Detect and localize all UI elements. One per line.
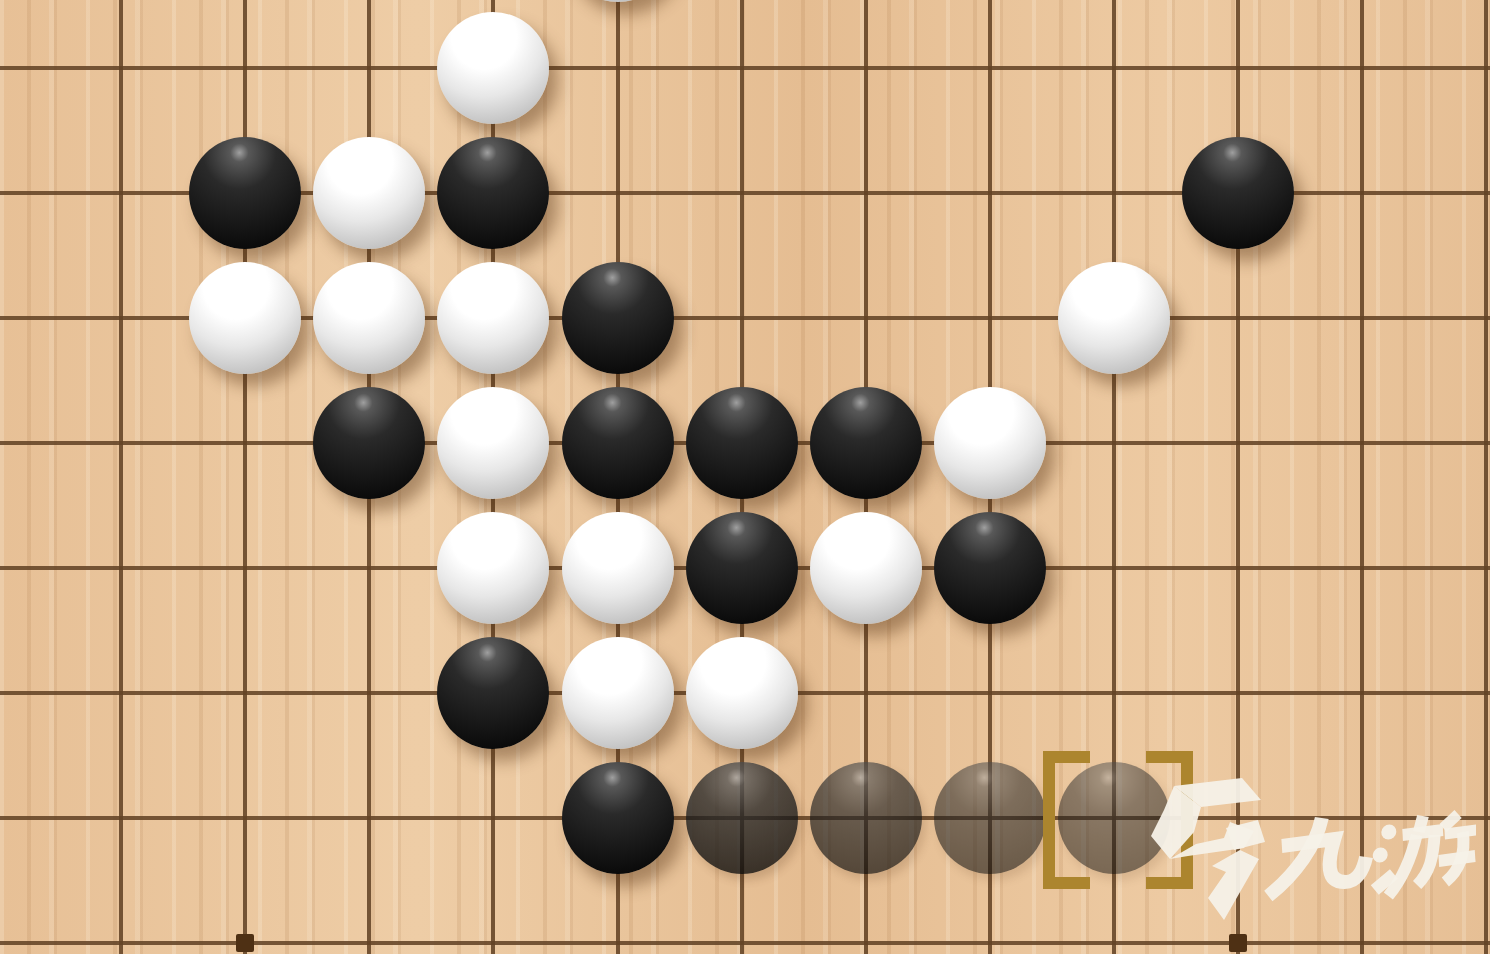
grid-line-vertical [119, 0, 123, 954]
watermark: 九游 [1140, 758, 1476, 954]
white-stone [189, 262, 301, 374]
partial-stone-top-edge [562, 0, 674, 2]
star-point [236, 934, 254, 952]
white-stone [1058, 262, 1170, 374]
cursor-bracket-left-icon [1043, 751, 1090, 889]
white-stone [562, 512, 674, 624]
white-stone [810, 512, 922, 624]
ghost-stone-preview[interactable] [686, 762, 798, 874]
ghost-stone-preview[interactable] [810, 762, 922, 874]
black-stone [437, 137, 549, 249]
black-stone [934, 512, 1046, 624]
black-stone [562, 262, 674, 374]
white-stone [437, 512, 549, 624]
black-stone [437, 637, 549, 749]
white-stone [313, 137, 425, 249]
white-stone [934, 387, 1046, 499]
white-stone [437, 387, 549, 499]
black-stone [562, 762, 674, 874]
black-stone [686, 387, 798, 499]
black-stone [313, 387, 425, 499]
black-stone [1182, 137, 1294, 249]
black-stone [562, 387, 674, 499]
white-stone [437, 262, 549, 374]
black-stone [189, 137, 301, 249]
white-stone [437, 12, 549, 124]
grid-line-vertical [1484, 0, 1488, 954]
black-stone [686, 512, 798, 624]
black-stone [810, 387, 922, 499]
jiuyou-wordmark [1268, 814, 1476, 896]
gomoku-screen: 九游 [0, 0, 1490, 954]
white-stone [562, 637, 674, 749]
grid-line-horizontal [0, 66, 1490, 70]
white-stone [313, 262, 425, 374]
ghost-stone-preview[interactable] [934, 762, 1046, 874]
white-stone [686, 637, 798, 749]
jiuyou-logo-icon [1151, 778, 1265, 920]
